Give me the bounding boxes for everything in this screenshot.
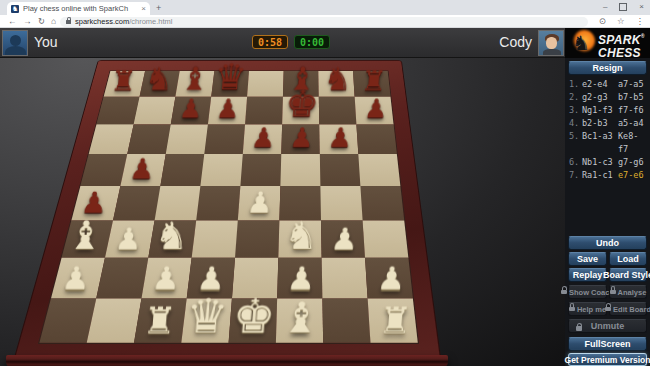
- edit-board-button[interactable]: Edit Board: [609, 302, 647, 316]
- piece-black-pawn[interactable]: ♟: [356, 96, 395, 122]
- address-bar[interactable]: sparkchess.com/chrome.html: [60, 17, 588, 27]
- white-player-avatar[interactable]: [2, 30, 28, 56]
- square-a6[interactable]: [89, 124, 134, 154]
- reload-icon[interactable]: ↻: [38, 16, 45, 27]
- lock-icon: [569, 307, 575, 312]
- browser-menu-icon[interactable]: ⋮: [636, 16, 645, 27]
- square-b1[interactable]: [87, 299, 142, 343]
- piece-black-pawn[interactable]: ♟: [121, 156, 163, 184]
- square-e8[interactable]: [247, 71, 284, 97]
- move-white: Bc1-a3: [582, 130, 618, 156]
- move-row: 3.Ng1-f3f7-f6: [569, 104, 647, 117]
- url-host: sparkchess.com: [75, 17, 129, 26]
- square-f7[interactable]: ♚: [282, 97, 319, 125]
- piece-black-king[interactable]: ♚: [282, 85, 322, 122]
- lock-icon: [561, 290, 567, 295]
- move-white: b2-b3: [582, 117, 618, 130]
- move-black: f7-f6: [618, 104, 647, 117]
- square-e7[interactable]: [245, 97, 283, 125]
- square-d1[interactable]: ♛: [181, 299, 232, 343]
- browser-tabbar: ♞ Play chess online with SparkCh × + – ×: [0, 0, 650, 15]
- window-minimize-icon[interactable]: –: [603, 2, 607, 12]
- knight-logo-icon: ♞: [572, 31, 590, 55]
- move-white: Ng1-f3: [582, 104, 618, 117]
- square-a8[interactable]: ♜: [104, 71, 145, 97]
- resign-button[interactable]: Resign: [568, 61, 647, 75]
- extensions-icon[interactable]: ⊙: [599, 16, 606, 27]
- move-black: g7-g6: [618, 156, 647, 169]
- tab-title: Play chess online with SparkCh: [23, 4, 138, 13]
- move-black: e7-e6: [618, 169, 647, 182]
- square-h2[interactable]: ♟: [365, 258, 413, 299]
- replay-button[interactable]: Replay: [568, 268, 607, 282]
- url-path: /chrome.html: [129, 17, 172, 26]
- square-e6[interactable]: ♟: [243, 124, 282, 154]
- move-number: 3.: [569, 104, 582, 117]
- bookmark-star-icon[interactable]: ☆: [617, 16, 625, 27]
- square-b8[interactable]: ♞: [140, 71, 180, 97]
- undo-button[interactable]: Undo: [568, 236, 647, 250]
- move-black: a5-a4: [618, 117, 647, 130]
- piece-white-bishop[interactable]: ♝: [62, 216, 108, 255]
- piece-black-pawn[interactable]: ♟: [208, 96, 247, 122]
- square-g1[interactable]: [322, 299, 370, 343]
- square-d3[interactable]: [192, 220, 238, 257]
- square-b6[interactable]: [127, 124, 171, 154]
- back-icon[interactable]: ←: [8, 16, 17, 27]
- help-me-button[interactable]: Help me: [568, 302, 607, 316]
- forward-icon[interactable]: →: [23, 16, 32, 27]
- piece-black-knight[interactable]: ♞: [319, 64, 357, 95]
- chess-board[interactable]: ♜♞♝♛♝♞♜♟♟♚♟♟♟♟♟♟♟♝♟♞♞♟♟♟♟♟♟♜♛♚♝♜: [12, 60, 442, 364]
- piece-white-pawn[interactable]: ♟: [52, 264, 99, 296]
- black-clock: 0:00: [294, 35, 330, 49]
- square-b5[interactable]: ♟: [120, 154, 165, 186]
- black-player-name: Cody: [499, 34, 532, 50]
- move-number: 2.: [569, 91, 582, 104]
- lock-icon: [610, 290, 616, 295]
- square-c7[interactable]: ♟: [171, 97, 211, 125]
- save-button[interactable]: Save: [568, 252, 607, 266]
- white-clock: 0:58: [252, 35, 288, 49]
- get-premium-button[interactable]: Get Premium Version: [568, 353, 647, 366]
- piece-white-pawn[interactable]: ♟: [322, 225, 367, 255]
- piece-black-pawn[interactable]: ♟: [243, 125, 283, 152]
- move-black: b7-b5: [618, 91, 647, 104]
- game-sidebar: Resign 1.e2-e4a7-a52.g2-g3b7-b53.Ng1-f3f…: [565, 58, 650, 366]
- square-b7[interactable]: [134, 97, 176, 125]
- square-g4[interactable]: [320, 186, 362, 220]
- logo-registered-mark: ®: [641, 33, 645, 39]
- piece-black-pawn[interactable]: ♟: [320, 125, 360, 152]
- move-number: 1.: [569, 78, 582, 91]
- square-c2[interactable]: ♟: [141, 258, 191, 299]
- piece-black-bishop[interactable]: ♝: [176, 63, 214, 95]
- move-list: 1.e2-e4a7-a52.g2-g3b7-b53.Ng1-f3f7-f64.b…: [569, 78, 647, 182]
- piece-black-knight[interactable]: ♞: [140, 64, 178, 95]
- move-row: 1.e2-e4a7-a5: [569, 78, 647, 91]
- logo-text-chess: CHESS: [598, 46, 641, 59]
- move-number: 4.: [569, 117, 582, 130]
- square-g5[interactable]: [320, 154, 361, 186]
- fullscreen-button[interactable]: FullScreen: [568, 337, 647, 351]
- piece-black-rook[interactable]: ♜: [355, 67, 393, 95]
- piece-white-queen[interactable]: ♛: [182, 292, 233, 339]
- square-e5[interactable]: [240, 154, 281, 186]
- move-row: 2.g2-g3b7-b5: [569, 91, 647, 104]
- tab-close-icon[interactable]: ×: [141, 5, 146, 13]
- analyse-button[interactable]: Analyse: [609, 285, 647, 299]
- board-front-edge: [6, 355, 448, 366]
- square-g3[interactable]: ♟: [321, 220, 365, 257]
- https-lock-icon: [66, 20, 71, 24]
- move-row: 4.b2-b3a5-a4: [569, 117, 647, 130]
- player-bar: You 0:58 0:00 Cody: [0, 28, 565, 58]
- piece-black-queen[interactable]: ♛: [211, 59, 249, 95]
- square-a7[interactable]: [96, 97, 139, 125]
- square-f5[interactable]: [280, 154, 320, 186]
- lock-icon: [605, 307, 611, 312]
- square-h3[interactable]: [363, 220, 409, 257]
- browser-toolbar: ← → ↻ ⌂ sparkchess.com/chrome.html ⊙ ☆ ⋮: [0, 15, 650, 28]
- move-number: 5.: [569, 130, 582, 156]
- piece-white-king[interactable]: ♚: [229, 292, 280, 339]
- square-b3[interactable]: ♟: [105, 220, 155, 257]
- piece-white-pawn[interactable]: ♟: [238, 189, 282, 218]
- board-area: ♜♞♝♛♝♞♜♟♟♚♟♟♟♟♟♟♟♝♟♞♞♟♟♟♟♟♟♜♛♚♝♜: [0, 58, 565, 366]
- move-black: Ke8-f7: [618, 130, 647, 156]
- square-d5[interactable]: [200, 154, 242, 186]
- piece-white-knight[interactable]: ♞: [278, 217, 324, 255]
- piece-white-pawn[interactable]: ♟: [367, 264, 414, 296]
- square-e1[interactable]: ♚: [229, 299, 278, 343]
- square-a2[interactable]: ♟: [51, 258, 105, 299]
- square-f6[interactable]: ♟: [281, 124, 320, 154]
- new-tab-button[interactable]: +: [156, 3, 161, 13]
- piece-white-knight[interactable]: ♞: [149, 217, 195, 255]
- square-c5[interactable]: [160, 154, 204, 186]
- piece-white-pawn[interactable]: ♟: [142, 264, 189, 296]
- board-style-button[interactable]: Board Style: [609, 268, 647, 282]
- move-row: 7.Ra1-c1e7-e6: [569, 169, 647, 182]
- move-number: 6.: [569, 156, 582, 169]
- square-c3[interactable]: ♞: [148, 220, 196, 257]
- square-g7[interactable]: [319, 97, 357, 125]
- square-f3[interactable]: ♞: [278, 220, 321, 257]
- piece-white-rook[interactable]: ♜: [370, 303, 420, 340]
- square-c1[interactable]: ♜: [134, 299, 187, 343]
- piece-black-rook[interactable]: ♜: [104, 67, 142, 95]
- square-f1[interactable]: ♝: [276, 299, 323, 343]
- home-icon[interactable]: ⌂: [51, 16, 56, 27]
- move-white: Ra1-c1: [582, 169, 618, 182]
- square-g2[interactable]: [322, 258, 368, 299]
- square-d4[interactable]: [196, 186, 240, 220]
- piece-black-pawn[interactable]: ♟: [281, 125, 321, 152]
- load-button[interactable]: Load: [609, 252, 647, 266]
- square-b2[interactable]: [96, 258, 148, 299]
- move-number: 7.: [569, 169, 582, 182]
- sparkchess-window: ♞ Play chess online with SparkCh × + – ×…: [0, 0, 650, 366]
- move-white: Nb1-c3: [582, 156, 618, 169]
- move-row: 6.Nb1-c3g7-g6: [569, 156, 647, 169]
- window-close-icon[interactable]: ×: [639, 2, 644, 12]
- sparkchess-logo: ♞ SPARK® CHESS: [565, 28, 650, 58]
- square-e3[interactable]: [235, 220, 279, 257]
- piece-black-pawn[interactable]: ♟: [171, 96, 210, 122]
- square-c6[interactable]: [166, 124, 208, 154]
- white-player-name: You: [34, 34, 58, 50]
- move-white: g2-g3: [582, 91, 618, 104]
- tab-favicon-icon: ♞: [11, 5, 19, 13]
- move-row: 5.Bc1-a3Ke8-f7: [569, 130, 647, 156]
- square-f2[interactable]: ♟: [277, 258, 322, 299]
- square-h7[interactable]: ♟: [355, 97, 394, 125]
- black-player-avatar[interactable]: [538, 30, 564, 56]
- unmute-button[interactable]: Unmute: [568, 319, 647, 333]
- browser-tab[interactable]: ♞ Play chess online with SparkCh ×: [7, 2, 150, 15]
- lock-icon: [576, 326, 582, 331]
- piece-white-pawn[interactable]: ♟: [277, 264, 324, 296]
- show-coach-button[interactable]: Show Coach: [568, 285, 607, 299]
- square-d7[interactable]: ♟: [208, 97, 247, 125]
- piece-white-bishop[interactable]: ♝: [276, 297, 326, 339]
- square-h1[interactable]: ♜: [368, 299, 418, 343]
- square-g8[interactable]: ♞: [318, 71, 354, 97]
- square-e4[interactable]: ♟: [238, 186, 281, 220]
- square-h6[interactable]: [356, 124, 396, 154]
- move-black: a7-a5: [618, 78, 647, 91]
- square-h4[interactable]: [360, 186, 404, 220]
- game-page: You 0:58 0:00 Cody ♞ SPARK® CHESS ♜♞♝♛♝♞…: [0, 28, 650, 366]
- move-white: e2-e4: [582, 78, 618, 91]
- square-h5[interactable]: [358, 154, 400, 186]
- square-g6[interactable]: ♟: [319, 124, 358, 154]
- piece-white-pawn[interactable]: ♟: [106, 225, 151, 255]
- window-restore-icon[interactable]: [619, 3, 627, 11]
- piece-white-rook[interactable]: ♜: [135, 303, 185, 340]
- square-b4[interactable]: [113, 186, 160, 220]
- square-d6[interactable]: [204, 124, 245, 154]
